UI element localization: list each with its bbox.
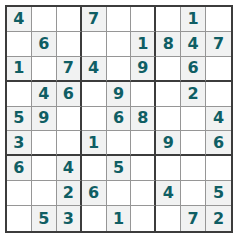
cell-r5c6-given: 8	[131, 107, 156, 132]
cell-r9c4-empty[interactable]	[82, 206, 107, 231]
cell-r1c2-empty[interactable]	[32, 7, 57, 32]
cell-r1c9-empty[interactable]	[206, 7, 231, 32]
cell-r3c4-given: 4	[82, 57, 107, 82]
cell-r5c1-given: 5	[7, 107, 32, 132]
cell-r2c5-empty[interactable]	[107, 32, 132, 57]
cell-r4c7-empty[interactable]	[156, 82, 181, 107]
cell-r6c9-given: 6	[206, 131, 231, 156]
cell-r1c8-given: 1	[181, 7, 206, 32]
cell-r7c2-empty[interactable]	[32, 156, 57, 181]
cell-r9c9-given: 2	[206, 206, 231, 231]
cell-r5c3-empty[interactable]	[57, 107, 82, 132]
cell-r6c4-given: 1	[82, 131, 107, 156]
cell-r8c6-empty[interactable]	[131, 181, 156, 206]
cell-r9c1-empty[interactable]	[7, 206, 32, 231]
cell-r3c5-empty[interactable]	[107, 57, 132, 82]
cell-r5c9-given: 4	[206, 107, 231, 132]
cell-r4c5-given: 9	[107, 82, 132, 107]
cell-r9c5-given: 1	[107, 206, 132, 231]
cell-r2c9-given: 7	[206, 32, 231, 57]
cell-r5c7-empty[interactable]	[156, 107, 181, 132]
cell-r9c6-empty[interactable]	[131, 206, 156, 231]
cell-r6c8-empty[interactable]	[181, 131, 206, 156]
cell-r9c2-given: 5	[32, 206, 57, 231]
cell-r6c1-given: 3	[7, 131, 32, 156]
cell-r2c4-empty[interactable]	[82, 32, 107, 57]
cell-r4c1-empty[interactable]	[7, 82, 32, 107]
cell-r1c5-empty[interactable]	[107, 7, 132, 32]
cell-r9c8-given: 7	[181, 206, 206, 231]
cell-r6c7-given: 9	[156, 131, 181, 156]
cell-r5c8-empty[interactable]	[181, 107, 206, 132]
cell-r1c3-empty[interactable]	[57, 7, 82, 32]
cell-r4c3-given: 6	[57, 82, 82, 107]
cell-r1c4-given: 7	[82, 7, 107, 32]
cell-r2c2-given: 6	[32, 32, 57, 57]
cell-r4c8-given: 2	[181, 82, 206, 107]
cell-r3c3-given: 7	[57, 57, 82, 82]
cell-r3c7-empty[interactable]	[156, 57, 181, 82]
cell-r7c8-empty[interactable]	[181, 156, 206, 181]
cell-r5c5-given: 6	[107, 107, 132, 132]
cell-r1c7-empty[interactable]	[156, 7, 181, 32]
cell-r8c4-given: 6	[82, 181, 107, 206]
cell-r7c6-empty[interactable]	[131, 156, 156, 181]
cell-r7c7-empty[interactable]	[156, 156, 181, 181]
cell-r1c1-given: 4	[7, 7, 32, 32]
cell-r8c8-empty[interactable]	[181, 181, 206, 206]
cell-r4c2-given: 4	[32, 82, 57, 107]
cell-r6c3-empty[interactable]	[57, 131, 82, 156]
sudoku-page: 47161847174964692596843196645264553172	[0, 0, 240, 240]
cell-r8c9-given: 5	[206, 181, 231, 206]
cell-r2c1-empty[interactable]	[7, 32, 32, 57]
sudoku-board: 47161847174964692596843196645264553172	[5, 5, 233, 233]
cell-r4c9-empty[interactable]	[206, 82, 231, 107]
cell-r1c6-empty[interactable]	[131, 7, 156, 32]
cell-r3c8-given: 6	[181, 57, 206, 82]
cell-r7c4-empty[interactable]	[82, 156, 107, 181]
cell-r8c5-empty[interactable]	[107, 181, 132, 206]
cell-r6c6-empty[interactable]	[131, 131, 156, 156]
cell-r8c3-given: 2	[57, 181, 82, 206]
cell-r2c8-given: 4	[181, 32, 206, 57]
cell-r3c9-empty[interactable]	[206, 57, 231, 82]
cell-r5c4-empty[interactable]	[82, 107, 107, 132]
cell-r8c7-given: 4	[156, 181, 181, 206]
cell-r7c3-given: 4	[57, 156, 82, 181]
cell-r6c5-empty[interactable]	[107, 131, 132, 156]
cell-r3c2-empty[interactable]	[32, 57, 57, 82]
cell-r7c1-given: 6	[7, 156, 32, 181]
cell-r7c5-given: 5	[107, 156, 132, 181]
cell-r4c4-empty[interactable]	[82, 82, 107, 107]
cell-r7c9-empty[interactable]	[206, 156, 231, 181]
cell-r2c3-empty[interactable]	[57, 32, 82, 57]
cell-r3c1-given: 1	[7, 57, 32, 82]
cell-r3c6-given: 9	[131, 57, 156, 82]
cell-r8c2-empty[interactable]	[32, 181, 57, 206]
cell-r2c7-given: 8	[156, 32, 181, 57]
cell-r2c6-given: 1	[131, 32, 156, 57]
cell-r9c7-empty[interactable]	[156, 206, 181, 231]
cell-r5c2-given: 9	[32, 107, 57, 132]
cell-r6c2-empty[interactable]	[32, 131, 57, 156]
cell-r9c3-given: 3	[57, 206, 82, 231]
cell-r8c1-empty[interactable]	[7, 181, 32, 206]
cell-r4c6-empty[interactable]	[131, 82, 156, 107]
